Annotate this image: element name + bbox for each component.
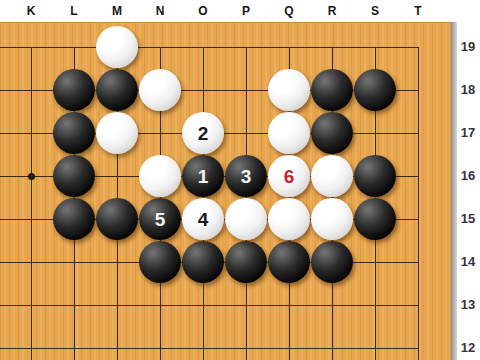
column-label-n: N [148, 3, 172, 19]
go-diagram: KLMNOPQRST1918171615141312135264 [0, 0, 480, 360]
stone-white-r15[interactable] [311, 198, 353, 240]
row-label-13: 13 [456, 296, 480, 313]
grid-hline-13 [0, 305, 419, 306]
column-label-t: T [406, 3, 430, 19]
stone-black-m18[interactable] [96, 69, 138, 111]
stone-black-n14[interactable] [139, 241, 181, 283]
stone-black-s18[interactable] [354, 69, 396, 111]
row-label-14: 14 [456, 253, 480, 270]
stone-black-s15[interactable] [354, 198, 396, 240]
column-label-m: M [105, 3, 129, 19]
star-point-k16 [28, 173, 35, 180]
row-label-16: 16 [456, 167, 480, 184]
stone-black-l17[interactable] [53, 112, 95, 154]
move-number-5: 5 [155, 210, 166, 229]
stone-black-q14[interactable] [268, 241, 310, 283]
move-number-3: 3 [241, 167, 252, 186]
grid-vline-t [418, 47, 419, 360]
row-label-17: 17 [456, 124, 480, 141]
stone-black-o16[interactable]: 1 [182, 155, 224, 197]
row-label-19: 19 [456, 38, 480, 55]
stone-white-p15[interactable] [225, 198, 267, 240]
stone-white-q18[interactable] [268, 69, 310, 111]
stone-black-l16[interactable] [53, 155, 95, 197]
column-label-p: P [234, 3, 258, 19]
column-label-o: O [191, 3, 215, 19]
column-label-l: L [62, 3, 86, 19]
stone-black-r18[interactable] [311, 69, 353, 111]
move-number-1: 1 [198, 167, 209, 186]
stone-white-n16[interactable] [139, 155, 181, 197]
stone-white-m17[interactable] [96, 112, 138, 154]
row-label-12: 12 [456, 339, 480, 356]
stone-white-q16[interactable]: 6 [268, 155, 310, 197]
move-number-4: 4 [198, 210, 209, 229]
stone-white-r16[interactable] [311, 155, 353, 197]
move-number-2: 2 [198, 124, 209, 143]
row-label-18: 18 [456, 81, 480, 98]
stone-white-q17[interactable] [268, 112, 310, 154]
stone-black-p16[interactable]: 3 [225, 155, 267, 197]
grid-hline-12 [0, 348, 419, 349]
stone-white-o17[interactable]: 2 [182, 112, 224, 154]
column-label-q: Q [277, 3, 301, 19]
stone-white-m19[interactable] [96, 26, 138, 68]
stone-white-n18[interactable] [139, 69, 181, 111]
stone-white-o15[interactable]: 4 [182, 198, 224, 240]
column-label-s: S [363, 3, 387, 19]
stone-black-s16[interactable] [354, 155, 396, 197]
move-number-6: 6 [284, 167, 295, 186]
stone-black-l18[interactable] [53, 69, 95, 111]
stone-white-q15[interactable] [268, 198, 310, 240]
grid-vline-k [31, 47, 32, 360]
stone-black-l15[interactable] [53, 198, 95, 240]
stone-black-o14[interactable] [182, 241, 224, 283]
column-label-k: K [19, 3, 43, 19]
stone-black-m15[interactable] [96, 198, 138, 240]
stone-black-p14[interactable] [225, 241, 267, 283]
stone-black-r14[interactable] [311, 241, 353, 283]
column-label-r: R [320, 3, 344, 19]
row-label-15: 15 [456, 210, 480, 227]
stone-black-r17[interactable] [311, 112, 353, 154]
stone-black-n15[interactable]: 5 [139, 198, 181, 240]
grid-hline-19 [0, 47, 419, 48]
